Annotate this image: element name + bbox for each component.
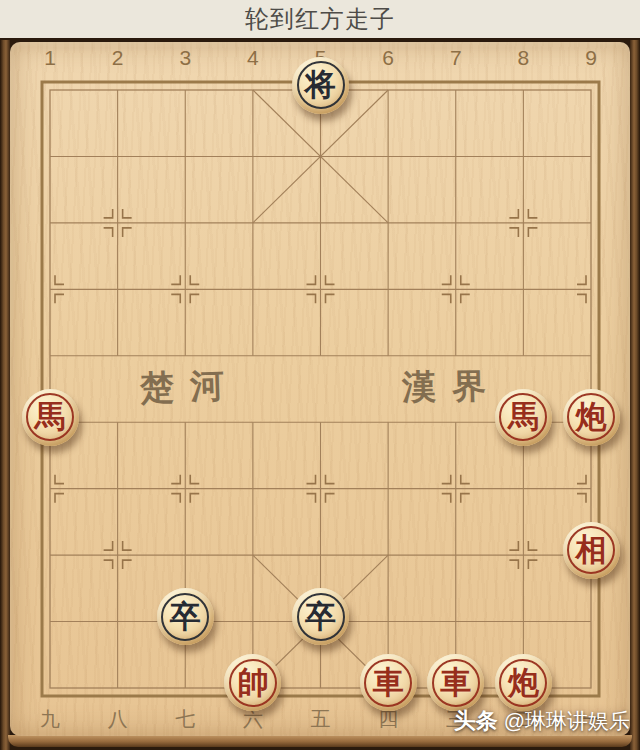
piece-character: 炮 [495,654,552,711]
piece-character: 車 [427,654,484,711]
piece-red-cannon[interactable]: 炮 [557,389,625,455]
piece-character: 相 [563,522,620,579]
piece-character: 帥 [224,654,281,711]
piece-black-soldier[interactable]: 卒 [287,588,355,654]
piece-character: 車 [360,654,417,711]
piece-red-general[interactable]: 帥 [219,655,287,721]
xiangqi-board[interactable]: 123456789 九八七六五四三二一 楚河 漢界 将馬馬炮相卒卒帥車車炮 头条… [0,38,640,750]
piece-character: 卒 [292,588,349,645]
piece-black-general[interactable]: 将 [287,57,355,123]
watermark: 头条@琳琳讲娱乐 [454,706,630,736]
piece-red-horse[interactable]: 馬 [490,389,558,455]
piece-red-horse[interactable]: 馬 [16,389,84,455]
piece-character: 炮 [563,389,620,446]
watermark-logo: 头条 [454,708,498,733]
piece-layer[interactable]: 将馬馬炮相卒卒帥車車炮 [16,57,625,721]
watermark-handle: @琳琳讲娱乐 [504,709,630,732]
piece-character: 卒 [157,588,214,645]
piece-red-elephant[interactable]: 相 [557,522,625,588]
piece-character: 馬 [495,389,552,446]
piece-black-soldier[interactable]: 卒 [151,588,219,654]
piece-character: 馬 [22,389,79,446]
app-window: 轮到红方走子 123456789 九八七六五四三二一 楚河 漢界 将馬馬炮相卒卒… [0,0,640,750]
piece-red-chariot[interactable]: 車 [354,655,422,721]
piece-character: 将 [292,57,349,114]
turn-indicator: 轮到红方走子 [0,0,640,38]
